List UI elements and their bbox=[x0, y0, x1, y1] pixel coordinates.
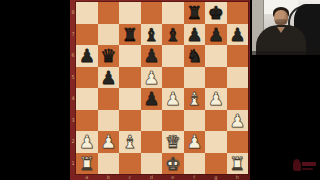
file-label-g: g bbox=[205, 174, 227, 180]
rank-label-8: 8 bbox=[70, 10, 76, 15]
logo-text-mark bbox=[302, 162, 316, 166]
black-knight-f6: ♞ bbox=[184, 45, 206, 67]
square-f6: ♞ bbox=[184, 45, 206, 67]
file-label-h: h bbox=[227, 174, 249, 180]
webcam-bottom-shadow bbox=[252, 51, 320, 55]
square-c5 bbox=[119, 67, 141, 89]
square-d3 bbox=[141, 110, 163, 132]
logo-subtext-mark bbox=[302, 168, 313, 170]
presenter-webcam bbox=[252, 0, 320, 55]
square-d1 bbox=[141, 153, 163, 175]
black-king-g8: ♚ bbox=[205, 2, 227, 24]
square-f3 bbox=[184, 110, 206, 132]
square-b1 bbox=[98, 153, 120, 175]
square-f8: ♜ bbox=[184, 2, 206, 24]
chess-board: ♜♚♜♝♝♟♟♟♟♛♟♞♟♟♟♟♝♟♟♟♟♝♛♟♜♚♜ 87654321 abc… bbox=[70, 0, 250, 180]
square-g3 bbox=[205, 110, 227, 132]
black-pawn-a6: ♟ bbox=[76, 45, 98, 67]
square-h8 bbox=[227, 2, 249, 24]
square-h3: ♟ bbox=[227, 110, 249, 132]
square-c2: ♝ bbox=[119, 131, 141, 153]
square-a7 bbox=[76, 24, 98, 46]
square-d2 bbox=[141, 131, 163, 153]
square-b2: ♟ bbox=[98, 131, 120, 153]
square-f1 bbox=[184, 153, 206, 175]
square-a2: ♟ bbox=[76, 131, 98, 153]
square-e5 bbox=[162, 67, 184, 89]
file-label-a: a bbox=[76, 174, 98, 180]
square-c6 bbox=[119, 45, 141, 67]
white-rook-a1: ♜ bbox=[76, 153, 98, 175]
square-g4: ♟ bbox=[205, 88, 227, 110]
black-pawn-d4: ♟ bbox=[141, 88, 163, 110]
white-pawn-f2: ♟ bbox=[184, 131, 206, 153]
square-h2 bbox=[227, 131, 249, 153]
file-label-d: d bbox=[141, 174, 163, 180]
white-king-e1: ♚ bbox=[162, 153, 184, 175]
file-label-f: f bbox=[184, 174, 206, 180]
white-pawn-h3: ♟ bbox=[227, 110, 249, 132]
square-d6: ♟ bbox=[141, 45, 163, 67]
black-bishop-e7: ♝ bbox=[162, 24, 184, 46]
square-b8 bbox=[98, 2, 120, 24]
square-a5 bbox=[76, 67, 98, 89]
square-e4: ♟ bbox=[162, 88, 184, 110]
black-rook-c7: ♜ bbox=[119, 24, 141, 46]
square-g5 bbox=[205, 67, 227, 89]
black-pawn-g7: ♟ bbox=[205, 24, 227, 46]
square-e3 bbox=[162, 110, 184, 132]
square-h7: ♟ bbox=[227, 24, 249, 46]
square-b4 bbox=[98, 88, 120, 110]
square-c3 bbox=[119, 110, 141, 132]
white-pawn-b2: ♟ bbox=[98, 131, 120, 153]
white-pawn-e4: ♟ bbox=[162, 88, 184, 110]
white-rook-h1: ♜ bbox=[227, 153, 249, 175]
square-g8: ♚ bbox=[205, 2, 227, 24]
rank-label-4: 4 bbox=[70, 96, 76, 101]
square-b6: ♛ bbox=[98, 45, 120, 67]
white-pawn-d5: ♟ bbox=[141, 67, 163, 89]
watermark-logo bbox=[292, 157, 318, 175]
logo-knight-icon bbox=[293, 159, 301, 171]
square-g7: ♟ bbox=[205, 24, 227, 46]
black-pawn-d6: ♟ bbox=[141, 45, 163, 67]
presenter-stubble bbox=[275, 19, 287, 25]
square-h4 bbox=[227, 88, 249, 110]
white-queen-e2: ♛ bbox=[162, 131, 184, 153]
square-e6 bbox=[162, 45, 184, 67]
square-c8 bbox=[119, 2, 141, 24]
white-bishop-c2: ♝ bbox=[119, 131, 141, 153]
square-d8 bbox=[141, 2, 163, 24]
square-c1 bbox=[119, 153, 141, 175]
square-f2: ♟ bbox=[184, 131, 206, 153]
black-rook-f8: ♜ bbox=[184, 2, 206, 24]
square-f5 bbox=[184, 67, 206, 89]
square-g6 bbox=[205, 45, 227, 67]
square-b5: ♟ bbox=[98, 67, 120, 89]
square-a6: ♟ bbox=[76, 45, 98, 67]
rank-label-5: 5 bbox=[70, 75, 76, 80]
square-c7: ♜ bbox=[119, 24, 141, 46]
square-f4: ♝ bbox=[184, 88, 206, 110]
square-a1: ♜ bbox=[76, 153, 98, 175]
square-b7 bbox=[98, 24, 120, 46]
rank-label-3: 3 bbox=[70, 118, 76, 123]
square-a3 bbox=[76, 110, 98, 132]
square-d5: ♟ bbox=[141, 67, 163, 89]
square-h5 bbox=[227, 67, 249, 89]
video-frame: ♜♚♜♝♝♟♟♟♟♛♟♞♟♟♟♟♝♟♟♟♟♝♛♟♜♚♜ 87654321 abc… bbox=[0, 0, 320, 180]
white-bishop-f4: ♝ bbox=[184, 88, 206, 110]
black-pawn-h7: ♟ bbox=[227, 24, 249, 46]
square-c4 bbox=[119, 88, 141, 110]
square-d4: ♟ bbox=[141, 88, 163, 110]
black-pawn-f7: ♟ bbox=[184, 24, 206, 46]
square-d7: ♝ bbox=[141, 24, 163, 46]
rank-label-1: 1 bbox=[70, 161, 76, 166]
file-label-e: e bbox=[162, 174, 184, 180]
rank-label-2: 2 bbox=[70, 139, 76, 144]
square-a8 bbox=[76, 2, 98, 24]
square-b3 bbox=[98, 110, 120, 132]
white-pawn-a2: ♟ bbox=[76, 131, 98, 153]
black-bishop-d7: ♝ bbox=[141, 24, 163, 46]
square-h1: ♜ bbox=[227, 153, 249, 175]
board-squares: ♜♚♜♝♝♟♟♟♟♛♟♞♟♟♟♟♝♟♟♟♟♝♛♟♜♚♜ bbox=[76, 2, 248, 174]
square-a4 bbox=[76, 88, 98, 110]
file-label-b: b bbox=[98, 174, 120, 180]
square-e8 bbox=[162, 2, 184, 24]
file-label-c: c bbox=[119, 174, 141, 180]
square-e2: ♛ bbox=[162, 131, 184, 153]
black-pawn-b5: ♟ bbox=[98, 67, 120, 89]
square-g1 bbox=[205, 153, 227, 175]
rank-label-7: 7 bbox=[70, 32, 76, 37]
square-g2 bbox=[205, 131, 227, 153]
square-h6 bbox=[227, 45, 249, 67]
rank-label-6: 6 bbox=[70, 53, 76, 58]
white-pawn-g4: ♟ bbox=[205, 88, 227, 110]
square-e1: ♚ bbox=[162, 153, 184, 175]
square-f7: ♟ bbox=[184, 24, 206, 46]
square-e7: ♝ bbox=[162, 24, 184, 46]
black-queen-b6: ♛ bbox=[98, 45, 120, 67]
